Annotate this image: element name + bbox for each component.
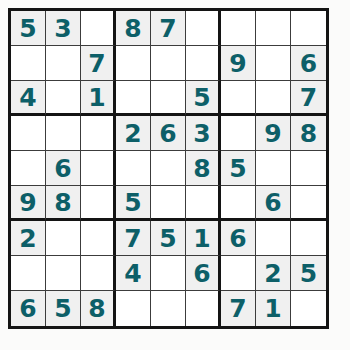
- cell-r6c1[interactable]: 9: [11, 186, 46, 221]
- cell-r5c9[interactable]: [291, 151, 326, 186]
- cell-r6c4[interactable]: 5: [116, 186, 151, 221]
- cell-r2c6[interactable]: [186, 46, 221, 81]
- cell-r1c3[interactable]: [81, 11, 116, 46]
- cell-r7c5[interactable]: 5: [151, 221, 186, 256]
- cell-r1c1[interactable]: 5: [11, 11, 46, 46]
- cell-r4c8[interactable]: 9: [256, 116, 291, 151]
- cell-r4c1[interactable]: [11, 116, 46, 151]
- cell-r7c9[interactable]: [291, 221, 326, 256]
- cell-r9c7[interactable]: 7: [221, 291, 256, 326]
- cell-r7c7[interactable]: 6: [221, 221, 256, 256]
- cell-r7c6[interactable]: 1: [186, 221, 221, 256]
- cell-r4c6[interactable]: 3: [186, 116, 221, 151]
- cell-r9c1[interactable]: 6: [11, 291, 46, 326]
- cell-r1c8[interactable]: [256, 11, 291, 46]
- cell-r9c4[interactable]: [116, 291, 151, 326]
- cell-r5c5[interactable]: [151, 151, 186, 186]
- sudoku-board: 5387796415726398685985627516462565871: [8, 8, 329, 329]
- cell-r8c3[interactable]: [81, 256, 116, 291]
- cell-r6c3[interactable]: [81, 186, 116, 221]
- cell-r9c2[interactable]: 5: [46, 291, 81, 326]
- cell-r2c9[interactable]: 6: [291, 46, 326, 81]
- cell-r7c3[interactable]: [81, 221, 116, 256]
- cell-r5c4[interactable]: [116, 151, 151, 186]
- cell-r3c6[interactable]: 5: [186, 81, 221, 116]
- cell-r4c2[interactable]: [46, 116, 81, 151]
- cell-r5c7[interactable]: 5: [221, 151, 256, 186]
- cell-r6c8[interactable]: 6: [256, 186, 291, 221]
- cell-r7c2[interactable]: [46, 221, 81, 256]
- cell-r2c3[interactable]: 7: [81, 46, 116, 81]
- cell-r2c2[interactable]: [46, 46, 81, 81]
- cell-r3c7[interactable]: [221, 81, 256, 116]
- cell-r8c6[interactable]: 6: [186, 256, 221, 291]
- cell-r8c1[interactable]: [11, 256, 46, 291]
- cell-r5c8[interactable]: [256, 151, 291, 186]
- cell-r9c9[interactable]: [291, 291, 326, 326]
- cell-r7c4[interactable]: 7: [116, 221, 151, 256]
- cell-r8c4[interactable]: 4: [116, 256, 151, 291]
- cell-r1c9[interactable]: [291, 11, 326, 46]
- cell-r7c8[interactable]: [256, 221, 291, 256]
- cell-r8c7[interactable]: [221, 256, 256, 291]
- cell-r2c4[interactable]: [116, 46, 151, 81]
- cell-r8c8[interactable]: 2: [256, 256, 291, 291]
- cell-r2c1[interactable]: [11, 46, 46, 81]
- cell-r6c2[interactable]: 8: [46, 186, 81, 221]
- cell-r2c5[interactable]: [151, 46, 186, 81]
- cell-r8c2[interactable]: [46, 256, 81, 291]
- cell-r4c9[interactable]: 8: [291, 116, 326, 151]
- cell-r7c1[interactable]: 2: [11, 221, 46, 256]
- cell-r5c6[interactable]: 8: [186, 151, 221, 186]
- cell-r3c8[interactable]: [256, 81, 291, 116]
- cell-r4c3[interactable]: [81, 116, 116, 151]
- cell-r4c5[interactable]: 6: [151, 116, 186, 151]
- cell-r1c7[interactable]: [221, 11, 256, 46]
- cell-r1c4[interactable]: 8: [116, 11, 151, 46]
- cell-r8c9[interactable]: 5: [291, 256, 326, 291]
- cell-r3c3[interactable]: 1: [81, 81, 116, 116]
- cell-r3c4[interactable]: [116, 81, 151, 116]
- cell-r5c1[interactable]: [11, 151, 46, 186]
- cell-r3c5[interactable]: [151, 81, 186, 116]
- cell-r3c1[interactable]: 4: [11, 81, 46, 116]
- cell-r6c5[interactable]: [151, 186, 186, 221]
- cell-r5c2[interactable]: 6: [46, 151, 81, 186]
- cell-r6c6[interactable]: [186, 186, 221, 221]
- cell-r3c2[interactable]: [46, 81, 81, 116]
- cell-r9c5[interactable]: [151, 291, 186, 326]
- cell-r3c9[interactable]: 7: [291, 81, 326, 116]
- cell-r9c3[interactable]: 8: [81, 291, 116, 326]
- cell-r2c7[interactable]: 9: [221, 46, 256, 81]
- cell-r8c5[interactable]: [151, 256, 186, 291]
- cell-r4c7[interactable]: [221, 116, 256, 151]
- cell-r4c4[interactable]: 2: [116, 116, 151, 151]
- sudoku-board-wrapper: 5387796415726398685985627516462565871: [0, 0, 350, 329]
- cell-r1c6[interactable]: [186, 11, 221, 46]
- cell-r2c8[interactable]: [256, 46, 291, 81]
- cell-r5c3[interactable]: [81, 151, 116, 186]
- cell-r1c5[interactable]: 7: [151, 11, 186, 46]
- cell-r1c2[interactable]: 3: [46, 11, 81, 46]
- cell-r6c7[interactable]: [221, 186, 256, 221]
- cell-r9c8[interactable]: 1: [256, 291, 291, 326]
- cell-r6c9[interactable]: [291, 186, 326, 221]
- cell-r9c6[interactable]: [186, 291, 221, 326]
